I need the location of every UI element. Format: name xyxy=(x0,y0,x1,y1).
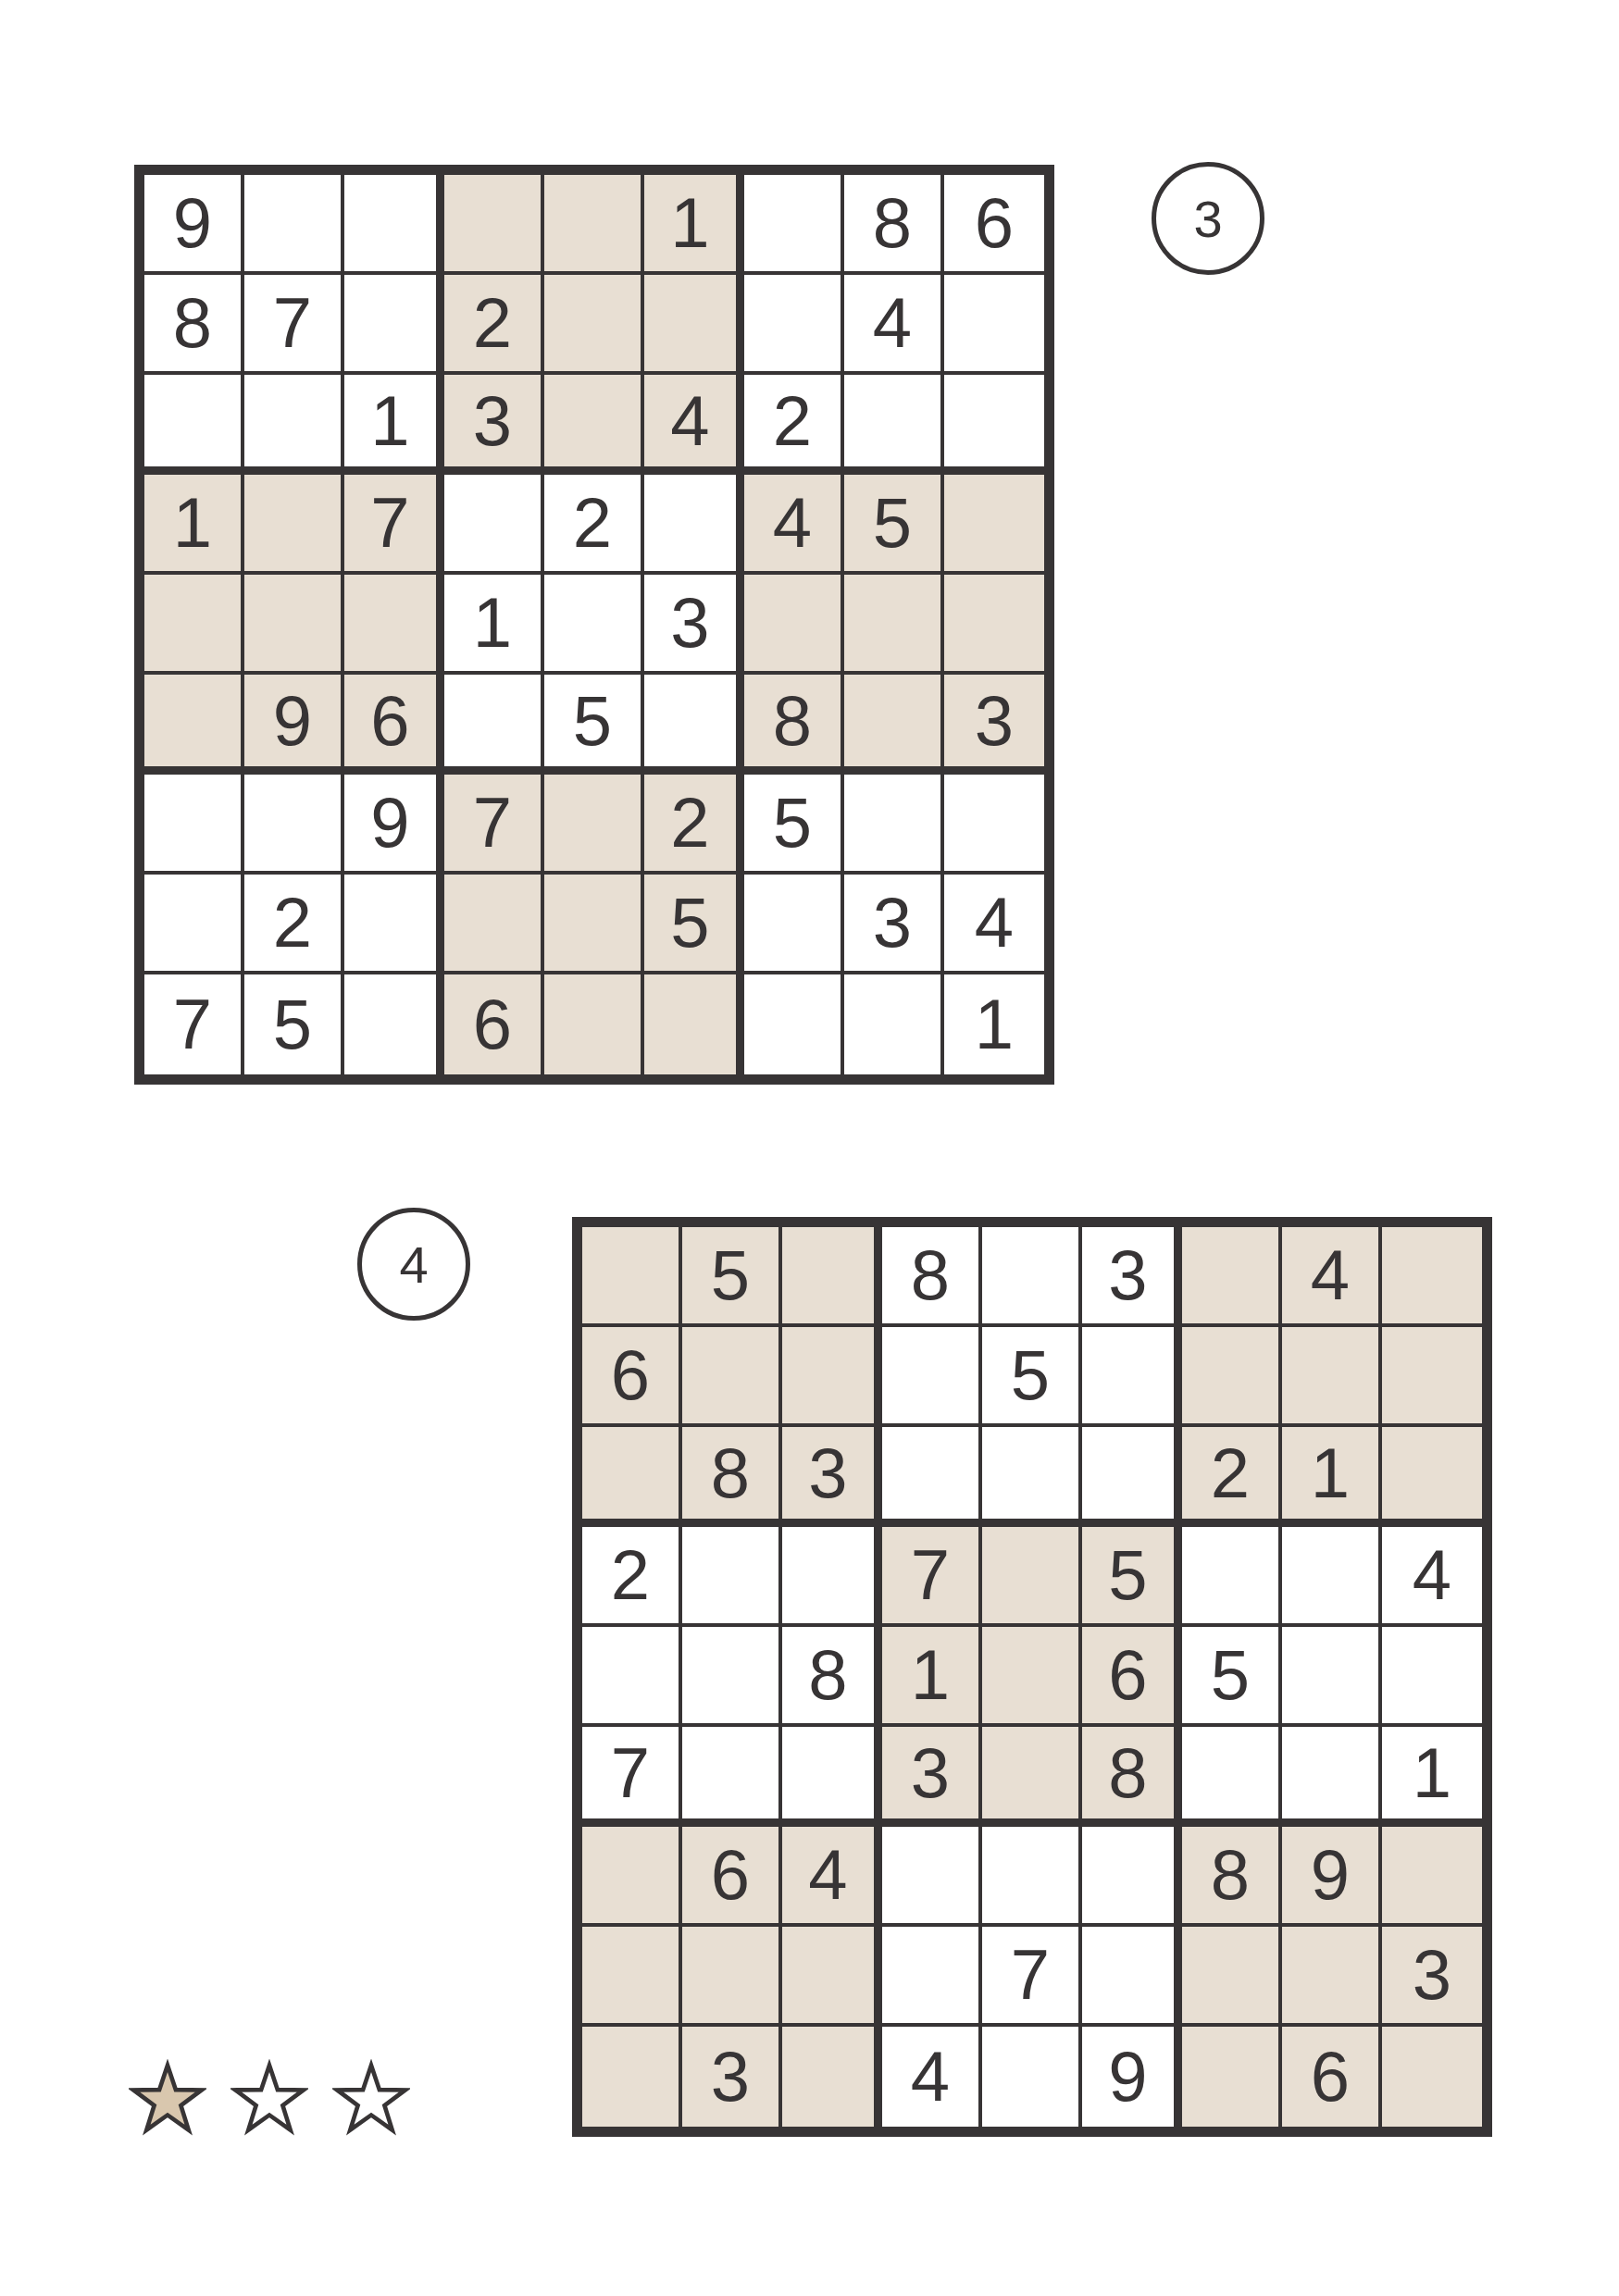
puzzle-4-cell-r9c5 xyxy=(982,2027,1082,2127)
puzzle-4-cell-r1c6: 3 xyxy=(1082,1227,1182,1327)
puzzle-3-cell-r1c5 xyxy=(544,175,644,275)
puzzle-3-cell-r5c5 xyxy=(544,575,644,675)
puzzle-4-cell-r5c3: 8 xyxy=(782,1627,882,1727)
puzzle-4-cell-r9c9 xyxy=(1382,2027,1482,2127)
puzzle-3-cell-r4c3: 7 xyxy=(344,475,444,575)
puzzle-3-cell-r8c2: 2 xyxy=(244,875,344,974)
puzzle-4-cell-r5c6: 6 xyxy=(1082,1627,1182,1727)
puzzle-4-cell-r6c8 xyxy=(1282,1727,1382,1827)
puzzle-4-cell-r8c7 xyxy=(1182,1927,1282,2027)
puzzle-4-cell-r5c5 xyxy=(982,1627,1082,1727)
puzzle-4-number-badge: 4 xyxy=(357,1208,470,1321)
puzzle-4-cell-r5c7: 5 xyxy=(1182,1627,1282,1727)
puzzle-4-cell-r2c6 xyxy=(1082,1327,1182,1427)
puzzle-3-cell-r7c1 xyxy=(144,775,244,875)
puzzle-3-cell-r3c8 xyxy=(844,375,944,475)
puzzle-3-cell-r1c1: 9 xyxy=(144,175,244,275)
puzzle-page: 3 918687241342172451396583972525347561 4… xyxy=(0,0,1619,2296)
puzzle-3-cell-r3c3: 1 xyxy=(344,375,444,475)
puzzle-3-cell-r1c8: 8 xyxy=(844,175,944,275)
puzzle-4-cell-r7c6 xyxy=(1082,1827,1182,1927)
puzzle-4-cell-r6c3 xyxy=(782,1727,882,1827)
puzzle-4-cell-r8c6 xyxy=(1082,1927,1182,2027)
puzzle-4-cell-r6c5 xyxy=(982,1727,1082,1827)
puzzle-4-cell-r7c1 xyxy=(582,1827,682,1927)
puzzle-3-cell-r1c4 xyxy=(444,175,544,275)
puzzle-3-cell-r4c5: 2 xyxy=(544,475,644,575)
puzzle-3-cell-r8c7 xyxy=(744,875,844,974)
puzzle-3-cell-r8c9: 4 xyxy=(944,875,1044,974)
puzzle-3-cell-r1c2 xyxy=(244,175,344,275)
puzzle-4-cell-r1c3 xyxy=(782,1227,882,1327)
puzzle-3-cell-r2c1: 8 xyxy=(144,275,244,375)
puzzle-3-cell-r2c3 xyxy=(344,275,444,375)
puzzle-3-cell-r9c9: 1 xyxy=(944,974,1044,1074)
puzzle-4-cell-r4c3 xyxy=(782,1527,882,1627)
puzzle-4-cell-r1c8: 4 xyxy=(1282,1227,1382,1327)
puzzle-3-cell-r9c2: 5 xyxy=(244,974,344,1074)
puzzle-4-cell-r2c3 xyxy=(782,1327,882,1427)
puzzle-3-cell-r3c1 xyxy=(144,375,244,475)
puzzle-3-cell-r2c4: 2 xyxy=(444,275,544,375)
puzzle-3-cell-r9c7 xyxy=(744,974,844,1074)
puzzle-4-cell-r4c4: 7 xyxy=(882,1527,982,1627)
puzzle-4-cell-r2c4 xyxy=(882,1327,982,1427)
star-filled-icon xyxy=(129,2059,206,2137)
puzzle-4-cell-r2c2 xyxy=(682,1327,782,1427)
puzzle-4-cell-r1c9 xyxy=(1382,1227,1482,1327)
puzzle-4-cell-r8c1 xyxy=(582,1927,682,2027)
puzzle-3-cell-r1c9: 6 xyxy=(944,175,1044,275)
puzzle-3-cell-r2c6 xyxy=(644,275,744,375)
puzzle-4-cell-r9c7 xyxy=(1182,2027,1282,2127)
puzzle-4-cell-r8c5: 7 xyxy=(982,1927,1082,2027)
puzzle-4-cell-r6c1: 7 xyxy=(582,1727,682,1827)
puzzle-4-cell-r4c1: 2 xyxy=(582,1527,682,1627)
puzzle-3-cell-r7c4: 7 xyxy=(444,775,544,875)
sudoku-grid-puzzle-3: 918687241342172451396583972525347561 xyxy=(134,165,1054,1085)
puzzle-3-cell-r6c4 xyxy=(444,675,544,775)
puzzle-3-cell-r8c4 xyxy=(444,875,544,974)
star-empty-icon xyxy=(332,2059,410,2137)
puzzle-4-cell-r7c4 xyxy=(882,1827,982,1927)
puzzle-4-cell-r4c6: 5 xyxy=(1082,1527,1182,1627)
puzzle-4-cell-r8c3 xyxy=(782,1927,882,2027)
puzzle-4-cell-r9c1 xyxy=(582,2027,682,2127)
puzzle-3-cell-r5c9 xyxy=(944,575,1044,675)
puzzle-3-cell-r5c6: 3 xyxy=(644,575,744,675)
puzzle-3-cell-r4c2 xyxy=(244,475,344,575)
puzzle-3-number-badge: 3 xyxy=(1152,162,1264,275)
puzzle-3-cell-r5c7 xyxy=(744,575,844,675)
puzzle-3-cell-r5c4: 1 xyxy=(444,575,544,675)
puzzle-3-cell-r9c1: 7 xyxy=(144,974,244,1074)
puzzle-3-cell-r6c5: 5 xyxy=(544,675,644,775)
puzzle-3-cell-r6c3: 6 xyxy=(344,675,444,775)
puzzle-3-cell-r3c7: 2 xyxy=(744,375,844,475)
puzzle-4-cell-r2c1: 6 xyxy=(582,1327,682,1427)
puzzle-3-cell-r3c6: 4 xyxy=(644,375,744,475)
puzzle-3-cell-r6c9: 3 xyxy=(944,675,1044,775)
puzzle-4-cell-r3c3: 3 xyxy=(782,1427,882,1527)
puzzle-4-cell-r8c9: 3 xyxy=(1382,1927,1482,2027)
puzzle-4-cell-r3c1 xyxy=(582,1427,682,1527)
puzzle-3-cell-r6c1 xyxy=(144,675,244,775)
puzzle-3-cell-r3c4: 3 xyxy=(444,375,544,475)
puzzle-4-cell-r7c3: 4 xyxy=(782,1827,882,1927)
puzzle-3-cell-r7c2 xyxy=(244,775,344,875)
puzzle-4-cell-r8c4 xyxy=(882,1927,982,2027)
puzzle-4-cell-r9c3 xyxy=(782,2027,882,2127)
puzzle-3-cell-r7c9 xyxy=(944,775,1044,875)
puzzle-4-cell-r7c7: 8 xyxy=(1182,1827,1282,1927)
puzzle-4-cell-r4c8 xyxy=(1282,1527,1382,1627)
puzzle-3-cell-r6c7: 8 xyxy=(744,675,844,775)
puzzle-3-cell-r9c6 xyxy=(644,974,744,1074)
puzzle-3-cell-r4c6 xyxy=(644,475,744,575)
puzzle-3-cell-r3c9 xyxy=(944,375,1044,475)
puzzle-3-cell-r4c9 xyxy=(944,475,1044,575)
puzzle-3-cell-r7c8 xyxy=(844,775,944,875)
puzzle-4-cell-r9c6: 9 xyxy=(1082,2027,1182,2127)
puzzle-3-cell-r8c3 xyxy=(344,875,444,974)
puzzle-3-cell-r9c4: 6 xyxy=(444,974,544,1074)
puzzle-3-cell-r6c8 xyxy=(844,675,944,775)
puzzle-4-cell-r3c9 xyxy=(1382,1427,1482,1527)
puzzle-4-cell-r9c8: 6 xyxy=(1282,2027,1382,2127)
puzzle-3-cell-r7c7: 5 xyxy=(744,775,844,875)
puzzle-4-cell-r5c4: 1 xyxy=(882,1627,982,1727)
puzzle-4-cell-r6c2 xyxy=(682,1727,782,1827)
puzzle-4-cell-r3c7: 2 xyxy=(1182,1427,1282,1527)
puzzle-3-cell-r1c3 xyxy=(344,175,444,275)
puzzle-3-cell-r4c4 xyxy=(444,475,544,575)
puzzle-4-cell-r5c2 xyxy=(682,1627,782,1727)
puzzle-4-cell-r1c5 xyxy=(982,1227,1082,1327)
puzzle-4-cell-r1c4: 8 xyxy=(882,1227,982,1327)
puzzle-3-cell-r8c8: 3 xyxy=(844,875,944,974)
puzzle-4-cell-r5c9 xyxy=(1382,1627,1482,1727)
puzzle-4-cell-r4c5 xyxy=(982,1527,1082,1627)
puzzle-4-cell-r3c8: 1 xyxy=(1282,1427,1382,1527)
puzzle-4-cell-r9c2: 3 xyxy=(682,2027,782,2127)
puzzle-4-cell-r6c6: 8 xyxy=(1082,1727,1182,1827)
puzzle-3-cell-r1c7 xyxy=(744,175,844,275)
puzzle-3-cell-r2c5 xyxy=(544,275,644,375)
puzzle-3-cell-r2c8: 4 xyxy=(844,275,944,375)
puzzle-3-cell-r5c8 xyxy=(844,575,944,675)
puzzle-4-cell-r8c8 xyxy=(1282,1927,1382,2027)
puzzle-4-cell-r2c8 xyxy=(1282,1327,1382,1427)
puzzle-4-cell-r3c5 xyxy=(982,1427,1082,1527)
puzzle-4-cell-r1c1 xyxy=(582,1227,682,1327)
puzzle-4-cell-r3c4 xyxy=(882,1427,982,1527)
puzzle-3-cell-r9c5 xyxy=(544,974,644,1074)
puzzle-3-cell-r7c5 xyxy=(544,775,644,875)
puzzle-3-cell-r3c2 xyxy=(244,375,344,475)
puzzle-4-cell-r5c8 xyxy=(1282,1627,1382,1727)
puzzle-4-cell-r1c2: 5 xyxy=(682,1227,782,1327)
puzzle-3-cell-r9c8 xyxy=(844,974,944,1074)
puzzle-4-cell-r6c7 xyxy=(1182,1727,1282,1827)
puzzle-3-cell-r8c1 xyxy=(144,875,244,974)
puzzle-3-cell-r8c5 xyxy=(544,875,644,974)
puzzle-3-cell-r4c7: 4 xyxy=(744,475,844,575)
puzzle-4-cell-r6c9: 1 xyxy=(1382,1727,1482,1827)
puzzle-3-cell-r2c7 xyxy=(744,275,844,375)
puzzle-3-cell-r4c1: 1 xyxy=(144,475,244,575)
puzzle-3-cell-r9c3 xyxy=(344,974,444,1074)
puzzle-3-cell-r2c2: 7 xyxy=(244,275,344,375)
star-empty-icon xyxy=(230,2059,308,2137)
puzzle-3-number-label: 3 xyxy=(1193,189,1222,249)
puzzle-4-cell-r7c5 xyxy=(982,1827,1082,1927)
puzzle-3-cell-r5c1 xyxy=(144,575,244,675)
puzzle-4-cell-r5c1 xyxy=(582,1627,682,1727)
puzzle-4-cell-r3c2: 8 xyxy=(682,1427,782,1527)
puzzle-4-cell-r1c7 xyxy=(1182,1227,1282,1327)
puzzle-3-cell-r3c5 xyxy=(544,375,644,475)
difficulty-rating xyxy=(129,2059,410,2137)
puzzle-4-cell-r2c9 xyxy=(1382,1327,1482,1427)
puzzle-4-cell-r7c9 xyxy=(1382,1827,1482,1927)
puzzle-3-cell-r7c6: 2 xyxy=(644,775,744,875)
puzzle-3-cell-r7c3: 9 xyxy=(344,775,444,875)
puzzle-4-cell-r4c2 xyxy=(682,1527,782,1627)
puzzle-4-cell-r8c2 xyxy=(682,1927,782,2027)
puzzle-3-cell-r4c8: 5 xyxy=(844,475,944,575)
puzzle-3-cell-r6c2: 9 xyxy=(244,675,344,775)
puzzle-3-cell-r2c9 xyxy=(944,275,1044,375)
puzzle-4-cell-r4c7 xyxy=(1182,1527,1282,1627)
sudoku-grid-puzzle-4: 58346583212754816573816489733496 xyxy=(572,1217,1492,2137)
puzzle-4-cell-r6c4: 3 xyxy=(882,1727,982,1827)
puzzle-4-cell-r9c4: 4 xyxy=(882,2027,982,2127)
puzzle-3-cell-r6c6 xyxy=(644,675,744,775)
puzzle-4-cell-r2c5: 5 xyxy=(982,1327,1082,1427)
puzzle-3-cell-r5c2 xyxy=(244,575,344,675)
puzzle-4-cell-r4c9: 4 xyxy=(1382,1527,1482,1627)
puzzle-4-cell-r3c6 xyxy=(1082,1427,1182,1527)
puzzle-4-cell-r7c8: 9 xyxy=(1282,1827,1382,1927)
puzzle-3-cell-r1c6: 1 xyxy=(644,175,744,275)
puzzle-3-cell-r5c3 xyxy=(344,575,444,675)
puzzle-3-cell-r8c6: 5 xyxy=(644,875,744,974)
puzzle-4-cell-r2c7 xyxy=(1182,1327,1282,1427)
puzzle-4-number-label: 4 xyxy=(399,1235,428,1295)
puzzle-4-cell-r7c2: 6 xyxy=(682,1827,782,1927)
